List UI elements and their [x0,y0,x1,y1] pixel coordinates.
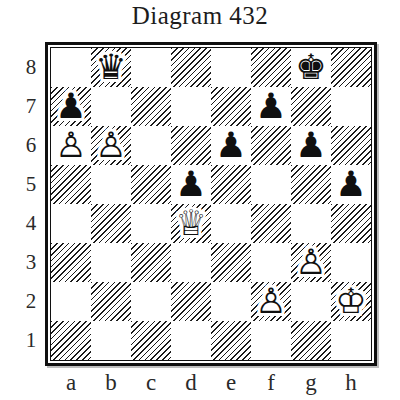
square-d6 [171,126,211,165]
white-king-h2: ♚♔ [331,282,371,321]
white-pawn-g3: ♟♙ [291,243,331,282]
black-queen-b8: ♛♛ [91,48,131,87]
board-squares: ♛♛♚♚♟♟♟♟♟♙♟♙♟♟♟♟♟♟♟♟♛♕♟♙♟♙♚♔ [50,47,372,361]
square-a8 [51,48,91,87]
square-c7 [131,87,171,126]
square-b4 [91,204,131,243]
black-pawn-e6: ♟♟ [211,126,251,165]
rank-label-7: 7 [19,87,43,126]
square-c4 [131,204,171,243]
square-f7: ♟♟ [251,87,291,126]
diagram-title: Diagram 432 [0,2,400,30]
rank-label-8: 8 [19,48,43,87]
rank-label-1: 1 [19,321,43,360]
square-c1 [131,321,171,360]
square-a5 [51,165,91,204]
square-g2 [291,282,331,321]
black-pawn-d5: ♟♟ [171,165,211,204]
square-b2 [91,282,131,321]
square-d8 [171,48,211,87]
white-pawn-f2: ♟♙ [251,282,291,321]
square-a4 [51,204,91,243]
square-d5: ♟♟ [171,165,211,204]
white-king-icon: ♔ [331,282,371,321]
square-h1 [331,321,371,360]
black-pawn-icon: ♟ [251,87,291,126]
black-pawn-h5: ♟♟ [331,165,371,204]
square-c5 [131,165,171,204]
file-label-d: d [171,370,211,396]
black-pawn-f7: ♟♟ [251,87,291,126]
file-label-h: h [331,370,371,396]
square-g6: ♟♟ [291,126,331,165]
square-b5 [91,165,131,204]
file-label-e: e [211,370,251,396]
square-e4 [211,204,251,243]
white-pawn-a6: ♟♙ [51,126,91,165]
square-d3 [171,243,211,282]
square-e3 [211,243,251,282]
white-pawn-icon: ♙ [51,126,91,165]
square-f6 [251,126,291,165]
square-a3 [51,243,91,282]
square-e7 [211,87,251,126]
square-e1 [211,321,251,360]
square-d4: ♛♕ [171,204,211,243]
square-b3 [91,243,131,282]
square-g8: ♚♚ [291,48,331,87]
square-e6: ♟♟ [211,126,251,165]
square-e5 [211,165,251,204]
square-c2 [131,282,171,321]
square-b1 [91,321,131,360]
square-a6: ♟♙ [51,126,91,165]
square-e2 [211,282,251,321]
square-b8: ♛♛ [91,48,131,87]
file-label-g: g [291,370,331,396]
square-h8 [331,48,371,87]
square-b6: ♟♙ [91,126,131,165]
square-g4 [291,204,331,243]
white-pawn-icon: ♙ [291,243,331,282]
rank-label-4: 4 [19,204,43,243]
black-queen-icon: ♛ [91,48,131,87]
black-pawn-icon: ♟ [291,126,331,165]
file-label-b: b [91,370,131,396]
square-e8 [211,48,251,87]
square-d2 [171,282,211,321]
square-a7: ♟♟ [51,87,91,126]
square-h5: ♟♟ [331,165,371,204]
square-g1 [291,321,331,360]
square-h4 [331,204,371,243]
white-pawn-b6: ♟♙ [91,126,131,165]
black-pawn-icon: ♟ [331,165,371,204]
file-label-a: a [51,370,91,396]
chess-board: ♛♛♚♚♟♟♟♟♟♙♟♙♟♟♟♟♟♟♟♟♛♕♟♙♟♙♚♔ [45,42,377,366]
square-h6 [331,126,371,165]
square-a1 [51,321,91,360]
square-f5 [251,165,291,204]
black-king-g8: ♚♚ [291,48,331,87]
black-pawn-a7: ♟♟ [51,87,91,126]
square-g3: ♟♙ [291,243,331,282]
square-f3 [251,243,291,282]
black-king-icon: ♚ [291,48,331,87]
black-pawn-g6: ♟♟ [291,126,331,165]
square-c3 [131,243,171,282]
square-g7 [291,87,331,126]
square-c6 [131,126,171,165]
square-f4 [251,204,291,243]
file-label-c: c [131,370,171,396]
rank-label-5: 5 [19,165,43,204]
square-b7 [91,87,131,126]
rank-labels: 87654321 [19,48,43,360]
rank-label-3: 3 [19,243,43,282]
file-label-f: f [251,370,291,396]
square-h2: ♚♔ [331,282,371,321]
rank-label-2: 2 [19,282,43,321]
white-queen-d4: ♛♕ [171,204,211,243]
white-pawn-icon: ♙ [91,126,131,165]
square-c8 [131,48,171,87]
square-a2 [51,282,91,321]
black-pawn-icon: ♟ [211,126,251,165]
file-labels: abcdefgh [51,370,371,396]
square-f8 [251,48,291,87]
rank-label-6: 6 [19,126,43,165]
square-d1 [171,321,211,360]
white-pawn-icon: ♙ [251,282,291,321]
square-h7 [331,87,371,126]
square-g5 [291,165,331,204]
square-d7 [171,87,211,126]
square-h3 [331,243,371,282]
square-f2: ♟♙ [251,282,291,321]
square-f1 [251,321,291,360]
white-queen-icon: ♕ [171,204,211,243]
black-pawn-icon: ♟ [171,165,211,204]
black-pawn-icon: ♟ [51,87,91,126]
